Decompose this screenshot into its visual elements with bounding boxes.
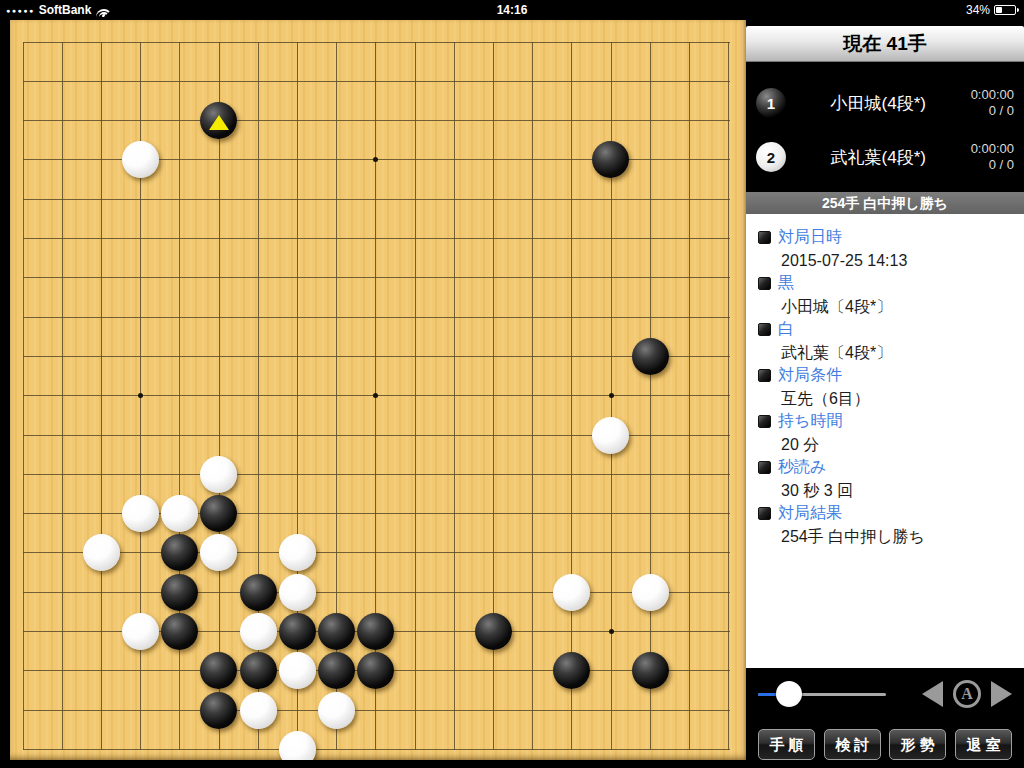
board-intersection — [43, 337, 82, 376]
board-intersection — [709, 297, 746, 336]
review-button[interactable]: 検討 — [824, 729, 881, 760]
board-intersection — [513, 62, 552, 101]
board-intersection — [82, 376, 121, 415]
square-bullet-icon — [758, 507, 771, 520]
board-intersection — [709, 101, 746, 140]
board-intersection — [121, 494, 160, 533]
info-label: 対局条件 — [758, 364, 1012, 387]
board-intersection — [82, 494, 121, 533]
go-board[interactable] — [10, 20, 746, 760]
board-intersection — [199, 140, 238, 179]
board-intersection — [160, 337, 199, 376]
black-stone — [475, 613, 512, 650]
board-intersection — [10, 337, 43, 376]
board-intersection — [239, 376, 278, 415]
board-intersection — [434, 573, 473, 612]
board-intersection — [434, 180, 473, 219]
board-intersection — [474, 258, 513, 297]
board-intersection — [317, 101, 356, 140]
player-list: 1 小田城(4段*) 0:00:00 0 / 0 2 武礼葉(4段*) 0:00… — [746, 76, 1024, 184]
white-stone — [240, 613, 277, 650]
board-intersection — [552, 533, 591, 572]
board-intersection — [43, 297, 82, 336]
board-intersection — [160, 730, 199, 760]
board-intersection — [278, 573, 317, 612]
board-intersection — [434, 219, 473, 258]
move-counter-header: 現在 41手 — [746, 26, 1024, 62]
board-intersection — [474, 730, 513, 760]
board-intersection — [10, 101, 43, 140]
board-intersection — [474, 297, 513, 336]
board-intersection — [82, 415, 121, 454]
board-intersection — [317, 180, 356, 219]
board-intersection — [278, 376, 317, 415]
board-intersection — [43, 101, 82, 140]
board-intersection — [121, 651, 160, 690]
black-stone — [240, 574, 277, 611]
board-intersection — [670, 612, 709, 651]
board-intersection — [278, 690, 317, 729]
board-intersection — [434, 101, 473, 140]
board-intersection — [552, 690, 591, 729]
board-intersection — [709, 573, 746, 612]
black-stone — [357, 613, 394, 650]
board-intersection — [395, 415, 434, 454]
board-intersection — [317, 494, 356, 533]
board-intersection — [82, 62, 121, 101]
next-move-button[interactable] — [991, 681, 1012, 707]
board-intersection — [160, 258, 199, 297]
board-intersection — [356, 533, 395, 572]
moves-button[interactable]: 手順 — [758, 729, 815, 760]
board-intersection — [474, 337, 513, 376]
board-intersection — [591, 494, 630, 533]
board-intersection — [10, 533, 43, 572]
board-intersection — [278, 180, 317, 219]
board-intersection — [199, 455, 238, 494]
black-stone — [161, 534, 198, 571]
board-intersection — [82, 337, 121, 376]
board-intersection — [356, 573, 395, 612]
board-intersection — [43, 612, 82, 651]
board-intersection — [709, 337, 746, 376]
board-intersection — [356, 612, 395, 651]
white-stone — [122, 495, 159, 532]
board-intersection — [395, 22, 434, 61]
board-intersection — [239, 219, 278, 258]
board-intersection — [434, 258, 473, 297]
board-intersection — [670, 62, 709, 101]
board-intersection — [630, 573, 669, 612]
board-intersection — [82, 180, 121, 219]
board-intersection — [709, 180, 746, 219]
board-intersection — [199, 690, 238, 729]
board-intersection — [630, 612, 669, 651]
board-intersection — [82, 219, 121, 258]
slider-knob[interactable] — [776, 681, 802, 707]
board-intersection — [434, 140, 473, 179]
board-intersection — [434, 612, 473, 651]
board-intersection — [356, 180, 395, 219]
board-intersection — [395, 533, 434, 572]
board-intersection — [395, 455, 434, 494]
board-intersection — [199, 573, 238, 612]
board-intersection — [121, 690, 160, 729]
board-intersection — [317, 376, 356, 415]
exit-room-button[interactable]: 退室 — [955, 729, 1012, 760]
board-intersection — [82, 533, 121, 572]
info-value: 254手 白中押し勝ち — [758, 525, 1012, 548]
board-intersection — [317, 140, 356, 179]
board-intersection — [552, 651, 591, 690]
board-intersection — [474, 690, 513, 729]
playback-controls: A 手順 検討 形勢 退室 — [746, 668, 1024, 768]
board-intersection — [709, 494, 746, 533]
board-intersection — [474, 533, 513, 572]
board-intersection — [239, 455, 278, 494]
info-label: 白 — [758, 318, 1012, 341]
board-intersection — [552, 494, 591, 533]
board-intersection — [630, 140, 669, 179]
board-intersection — [239, 180, 278, 219]
board-intersection — [356, 494, 395, 533]
board-intersection — [317, 62, 356, 101]
board-intersection — [278, 258, 317, 297]
board-intersection — [199, 494, 238, 533]
board-intersection — [513, 376, 552, 415]
board-intersection — [278, 219, 317, 258]
board-intersection — [43, 533, 82, 572]
black-stone — [592, 141, 629, 178]
board-intersection — [591, 612, 630, 651]
board-intersection — [356, 297, 395, 336]
board-intersection — [552, 297, 591, 336]
white-stone — [200, 534, 237, 571]
board-intersection — [591, 140, 630, 179]
board-intersection — [121, 730, 160, 760]
board-intersection — [591, 219, 630, 258]
board-intersection — [160, 494, 199, 533]
board-intersection — [434, 690, 473, 729]
board-intersection — [160, 101, 199, 140]
board-intersection — [434, 62, 473, 101]
board-intersection — [670, 415, 709, 454]
board-intersection — [239, 337, 278, 376]
board-intersection — [552, 22, 591, 61]
board-intersection — [278, 730, 317, 760]
black-stone — [279, 613, 316, 650]
board-intersection — [630, 415, 669, 454]
board-intersection — [317, 219, 356, 258]
board-intersection — [317, 258, 356, 297]
board-intersection — [709, 612, 746, 651]
autoplay-button[interactable]: A — [953, 680, 981, 708]
board-intersection — [630, 101, 669, 140]
board-intersection — [395, 258, 434, 297]
board-intersection — [317, 22, 356, 61]
board-intersection — [356, 415, 395, 454]
board-intersection — [199, 258, 238, 297]
board-intersection — [434, 297, 473, 336]
board-intersection — [199, 62, 238, 101]
board-intersection — [82, 573, 121, 612]
square-bullet-icon — [758, 277, 771, 290]
info-value: 2015-07-25 14:13 — [758, 249, 1012, 272]
board-intersection — [513, 494, 552, 533]
white-stone — [279, 574, 316, 611]
square-bullet-icon — [758, 461, 771, 474]
board-intersection — [199, 101, 238, 140]
board-intersection — [395, 180, 434, 219]
board-intersection — [630, 258, 669, 297]
board-intersection — [630, 180, 669, 219]
board-intersection — [160, 690, 199, 729]
board-intersection — [670, 22, 709, 61]
board-intersection — [474, 101, 513, 140]
board-intersection — [43, 415, 82, 454]
board-intersection — [434, 533, 473, 572]
board-intersection — [709, 415, 746, 454]
board-intersection — [552, 219, 591, 258]
board-intersection — [239, 494, 278, 533]
board-intersection — [513, 297, 552, 336]
white-stone — [279, 652, 316, 689]
white-stone — [632, 574, 669, 611]
board-intersection — [670, 376, 709, 415]
board-intersection — [121, 297, 160, 336]
board-intersection — [630, 494, 669, 533]
board-intersection — [278, 415, 317, 454]
info-value: 20 分 — [758, 433, 1012, 456]
board-intersection — [10, 573, 43, 612]
board-intersection — [670, 690, 709, 729]
board-intersection — [395, 690, 434, 729]
board-intersection — [82, 140, 121, 179]
board-intersection — [474, 376, 513, 415]
board-intersection — [356, 62, 395, 101]
info-value: 武礼葉〔4段*〕 — [758, 341, 1012, 364]
board-intersection — [317, 690, 356, 729]
board-intersection — [82, 258, 121, 297]
black-stone — [161, 574, 198, 611]
board-intersection — [82, 612, 121, 651]
board-intersection — [10, 376, 43, 415]
board-intersection — [434, 730, 473, 760]
board-intersection — [43, 455, 82, 494]
info-label: 対局結果 — [758, 502, 1012, 525]
move-slider[interactable] — [758, 681, 886, 707]
battery-icon — [994, 5, 1016, 15]
info-label: 黒 — [758, 272, 1012, 295]
board-intersection — [43, 62, 82, 101]
board-intersection — [630, 22, 669, 61]
board-intersection — [513, 219, 552, 258]
board-intersection — [43, 730, 82, 760]
board-intersection — [630, 376, 669, 415]
board-intersection — [121, 180, 160, 219]
board-intersection — [591, 415, 630, 454]
board-intersection — [121, 337, 160, 376]
board-intersection — [43, 140, 82, 179]
board-intersection — [630, 455, 669, 494]
white-stone — [200, 456, 237, 493]
board-intersection — [474, 651, 513, 690]
board-intersection — [10, 219, 43, 258]
board-intersection — [160, 415, 199, 454]
board-intersection — [552, 337, 591, 376]
board-intersection — [630, 337, 669, 376]
board-intersection — [591, 533, 630, 572]
board-intersection — [239, 690, 278, 729]
board-intersection — [317, 455, 356, 494]
board-intersection — [43, 651, 82, 690]
board-intersection — [82, 690, 121, 729]
board-intersection — [239, 22, 278, 61]
board-intersection — [160, 573, 199, 612]
board-intersection — [121, 219, 160, 258]
step-nav: A — [922, 680, 1012, 708]
board-intersection — [43, 494, 82, 533]
battery-tip-icon — [1017, 8, 1019, 12]
board-intersection — [395, 376, 434, 415]
black-player-clock: 0:00:00 0 / 0 — [971, 87, 1014, 119]
board-intersection — [474, 22, 513, 61]
board-intersection — [199, 415, 238, 454]
board-intersection — [513, 415, 552, 454]
board-intersection — [591, 180, 630, 219]
board-intersection — [474, 494, 513, 533]
board-intersection — [278, 101, 317, 140]
board-intersection — [552, 730, 591, 760]
board-intersection — [239, 573, 278, 612]
board-intersection — [630, 219, 669, 258]
board-intersection — [591, 573, 630, 612]
stone-grid — [10, 22, 746, 760]
board-intersection — [43, 180, 82, 219]
position-eval-button[interactable]: 形勢 — [889, 729, 946, 760]
board-intersection — [670, 180, 709, 219]
board-intersection — [591, 730, 630, 760]
info-value: 互先（6目） — [758, 387, 1012, 410]
board-intersection — [199, 730, 238, 760]
board-intersection — [239, 62, 278, 101]
board-intersection — [121, 22, 160, 61]
board-intersection — [434, 22, 473, 61]
battery-fill — [996, 7, 1002, 13]
white-player-time: 0:00:00 — [971, 141, 1014, 157]
board-intersection — [82, 455, 121, 494]
board-intersection — [160, 455, 199, 494]
board-intersection — [591, 376, 630, 415]
board-intersection — [395, 337, 434, 376]
board-intersection — [591, 22, 630, 61]
white-player-periods: 0 / 0 — [971, 157, 1014, 173]
player-row-white: 2 武礼葉(4段*) 0:00:00 0 / 0 — [746, 130, 1024, 184]
board-intersection — [239, 612, 278, 651]
board-intersection — [630, 690, 669, 729]
board-intersection — [513, 455, 552, 494]
board-intersection — [434, 337, 473, 376]
board-intersection — [82, 651, 121, 690]
board-intersection — [670, 455, 709, 494]
screen: ●●●●● SoftBank 14:16 34% 現在 41手 1 小田城(4段… — [0, 0, 1024, 768]
white-stone — [318, 692, 355, 729]
board-intersection — [356, 376, 395, 415]
board-intersection — [278, 533, 317, 572]
black-stone — [200, 495, 237, 532]
black-stone — [200, 102, 237, 139]
square-bullet-icon — [758, 415, 771, 428]
board-intersection — [121, 62, 160, 101]
board-intersection — [278, 612, 317, 651]
black-stone — [553, 652, 590, 689]
game-info-panel: 対局日時 2015-07-25 14:13 黒 小田城〔4段*〕 白 武礼葉〔4… — [746, 214, 1024, 668]
board-intersection — [278, 140, 317, 179]
white-player-name: 武礼葉(4段*) — [786, 146, 971, 169]
board-intersection — [591, 101, 630, 140]
board-intersection — [395, 297, 434, 336]
board-intersection — [356, 258, 395, 297]
board-intersection — [43, 376, 82, 415]
board-intersection — [552, 573, 591, 612]
black-player-time: 0:00:00 — [971, 87, 1014, 103]
board-intersection — [317, 612, 356, 651]
info-label: 対局日時 — [758, 226, 1012, 249]
board-intersection — [630, 297, 669, 336]
white-stone — [553, 574, 590, 611]
board-intersection — [395, 651, 434, 690]
board-intersection — [356, 730, 395, 760]
board-intersection — [121, 415, 160, 454]
board-intersection — [513, 690, 552, 729]
board-intersection — [356, 140, 395, 179]
board-intersection — [278, 651, 317, 690]
board-intersection — [356, 651, 395, 690]
board-intersection — [121, 376, 160, 415]
board-intersection — [82, 101, 121, 140]
board-intersection — [709, 22, 746, 61]
board-intersection — [239, 140, 278, 179]
board-intersection — [474, 140, 513, 179]
board-intersection — [670, 533, 709, 572]
board-intersection — [356, 455, 395, 494]
board-intersection — [199, 337, 238, 376]
board-intersection — [670, 730, 709, 760]
board-intersection — [395, 730, 434, 760]
board-intersection — [395, 62, 434, 101]
board-intersection — [513, 101, 552, 140]
board-intersection — [121, 533, 160, 572]
board-intersection — [10, 455, 43, 494]
board-intersection — [10, 730, 43, 760]
board-intersection — [513, 258, 552, 297]
board-intersection — [239, 730, 278, 760]
board-intersection — [317, 533, 356, 572]
board-intersection — [121, 612, 160, 651]
white-stone — [83, 534, 120, 571]
board-intersection — [160, 612, 199, 651]
board-intersection — [552, 455, 591, 494]
board-intersection — [670, 297, 709, 336]
board-intersection — [591, 258, 630, 297]
black-stone — [632, 338, 669, 375]
board-intersection — [10, 180, 43, 219]
board-intersection — [591, 651, 630, 690]
board-intersection — [199, 297, 238, 336]
board-intersection — [513, 573, 552, 612]
prev-move-button[interactable] — [922, 681, 943, 707]
black-stone — [240, 652, 277, 689]
